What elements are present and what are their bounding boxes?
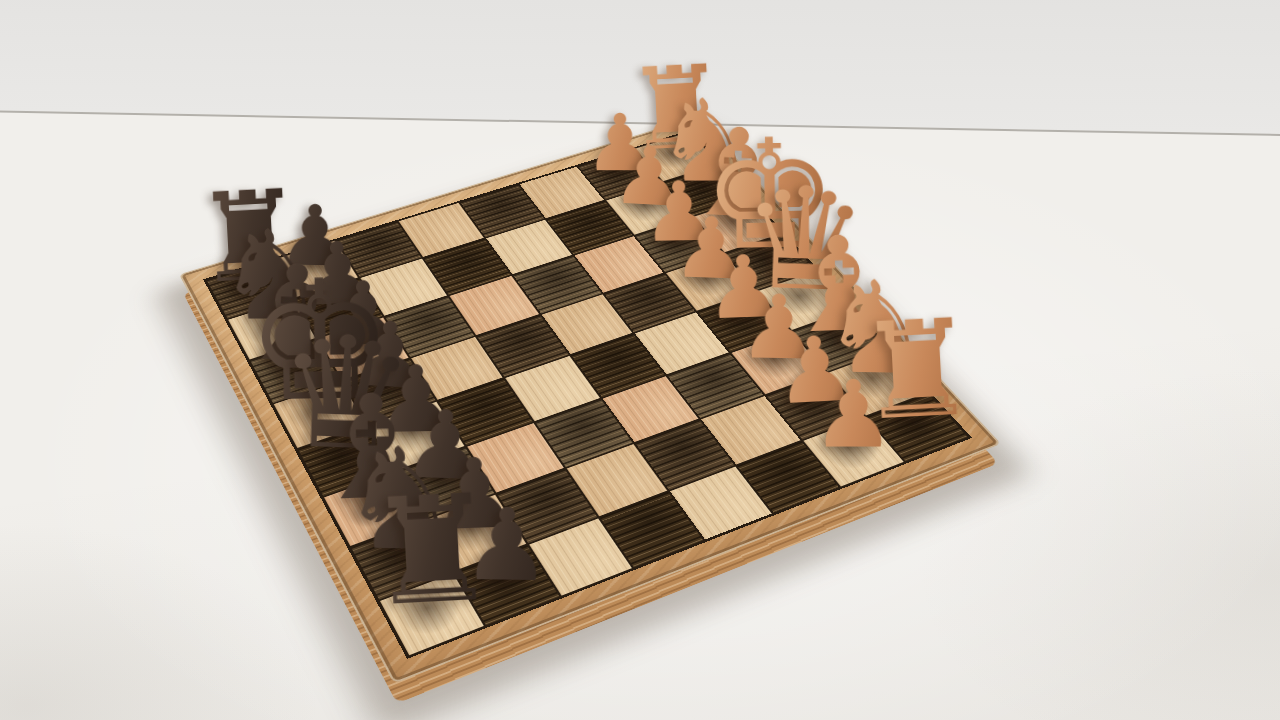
piece-glyph: ♟ xyxy=(758,369,948,462)
scene: ♜♞♝♚♛♝♞♜♟♟♟♟♟♟♟♟♟♟♟♟♟♟♟♟♜♞♝♚♛♝♞♜ xyxy=(0,0,1280,720)
chess-board: ♜♞♝♚♛♝♞♜♟♟♟♟♟♟♟♟♟♟♟♟♟♟♟♟♜♞♝♚♛♝♞♜ xyxy=(203,130,972,659)
perspective-stage: ♜♞♝♚♛♝♞♜♟♟♟♟♟♟♟♟♟♟♟♟♟♟♟♟♜♞♝♚♛♝♞♜ xyxy=(0,0,1280,720)
piece-glyph: ♜ xyxy=(325,472,539,630)
